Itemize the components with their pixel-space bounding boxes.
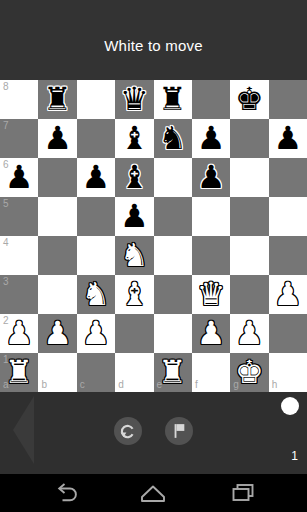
square-c4[interactable] [77, 236, 115, 275]
piece-black-pawn: ♟ [120, 200, 149, 232]
piece-white-pawn: ♟ [5, 317, 34, 349]
square-b7[interactable]: ♟ [38, 119, 76, 158]
square-c2[interactable]: ♟ [77, 314, 115, 353]
square-d8[interactable]: ♛ [115, 80, 153, 119]
square-g2[interactable]: ♟ [230, 314, 268, 353]
piece-white-pawn: ♟ [82, 317, 111, 349]
square-e4[interactable] [154, 236, 192, 275]
square-b4[interactable] [38, 236, 76, 275]
piece-white-bishop: ♝ [120, 278, 149, 310]
square-f7[interactable]: ♟ [192, 119, 230, 158]
resign-flag-button[interactable] [165, 417, 193, 445]
square-f2[interactable]: ♟ [192, 314, 230, 353]
square-h5[interactable] [269, 197, 307, 236]
piece-black-rook: ♜ [158, 83, 187, 115]
square-g8[interactable]: ♚ [230, 80, 268, 119]
file-label-c: c [80, 380, 85, 390]
piece-white-rook: ♜ [158, 356, 187, 388]
app-screen: White to move 8♜♛♜♚7♟♝♞♟♟6♟♟♝♟5♟4♞3♞♝♛♟2… [0, 0, 307, 512]
piece-white-knight: ♞ [82, 278, 111, 310]
undo-icon [117, 420, 139, 442]
piece-black-pawn: ♟ [197, 122, 226, 154]
square-f1[interactable]: f [192, 353, 230, 392]
chevron-left-icon[interactable] [13, 396, 34, 464]
square-e3[interactable] [154, 275, 192, 314]
white-turn-indicator [281, 397, 299, 415]
square-c8[interactable] [77, 80, 115, 119]
square-h6[interactable] [269, 158, 307, 197]
piece-black-pawn: ♟ [82, 161, 111, 193]
square-f6[interactable]: ♟ [192, 158, 230, 197]
nav-back-button[interactable] [48, 481, 82, 505]
square-c5[interactable] [77, 197, 115, 236]
square-h1[interactable]: h [269, 353, 307, 392]
move-counter: 1 [291, 449, 298, 463]
square-c1[interactable]: c [77, 353, 115, 392]
square-d4[interactable]: ♞ [115, 236, 153, 275]
square-h8[interactable] [269, 80, 307, 119]
rank-label-8: 8 [3, 82, 9, 92]
square-b8[interactable]: ♜ [38, 80, 76, 119]
piece-black-rook: ♜ [43, 83, 72, 115]
square-b2[interactable]: ♟ [38, 314, 76, 353]
square-h2[interactable] [269, 314, 307, 353]
square-g3[interactable] [230, 275, 268, 314]
piece-black-knight: ♞ [158, 122, 187, 154]
home-icon [137, 481, 169, 505]
square-a7[interactable]: 7 [0, 119, 38, 158]
flag-icon [168, 420, 190, 442]
piece-black-pawn: ♟ [5, 161, 34, 193]
square-b5[interactable] [38, 197, 76, 236]
square-d2[interactable] [115, 314, 153, 353]
white-to-move-label: White to move [104, 37, 202, 54]
square-e7[interactable]: ♞ [154, 119, 192, 158]
square-f8[interactable] [192, 80, 230, 119]
square-f3[interactable]: ♛ [192, 275, 230, 314]
square-e2[interactable] [154, 314, 192, 353]
rank-label-5: 5 [3, 199, 9, 209]
file-label-h: h [272, 380, 278, 390]
square-h7[interactable]: ♟ [269, 119, 307, 158]
square-e6[interactable] [154, 158, 192, 197]
nav-recents-button[interactable] [226, 481, 260, 505]
piece-white-pawn: ♟ [43, 317, 72, 349]
piece-white-queen: ♛ [197, 278, 226, 310]
square-g6[interactable] [230, 158, 268, 197]
piece-white-pawn: ♟ [197, 317, 226, 349]
piece-black-queen: ♛ [120, 83, 149, 115]
undo-button[interactable] [114, 417, 142, 445]
square-a3[interactable]: 3 [0, 275, 38, 314]
rank-label-4: 4 [3, 238, 9, 248]
square-g1[interactable]: g♚ [230, 353, 268, 392]
square-h4[interactable] [269, 236, 307, 275]
piece-white-king: ♚ [235, 356, 264, 388]
square-h3[interactable]: ♟ [269, 275, 307, 314]
rank-label-3: 3 [3, 277, 9, 287]
square-f4[interactable] [192, 236, 230, 275]
file-label-g: g [233, 380, 239, 390]
square-e5[interactable] [154, 197, 192, 236]
android-nav-bar [0, 474, 307, 512]
piece-black-king: ♚ [235, 83, 264, 115]
back-arrow-icon [50, 481, 80, 505]
square-a2[interactable]: 2♟ [0, 314, 38, 353]
rank-label-1: 1 [3, 355, 9, 365]
rank-label-7: 7 [3, 121, 9, 131]
recent-apps-icon [228, 481, 258, 505]
square-e8[interactable]: ♜ [154, 80, 192, 119]
piece-white-pawn: ♟ [235, 317, 264, 349]
square-d1[interactable]: d [115, 353, 153, 392]
square-a8[interactable]: 8 [0, 80, 38, 119]
piece-white-pawn: ♟ [273, 278, 302, 310]
piece-white-knight: ♞ [120, 239, 149, 271]
file-label-f: f [195, 380, 198, 390]
square-a5[interactable]: 5 [0, 197, 38, 236]
piece-black-pawn: ♟ [197, 161, 226, 193]
square-g5[interactable] [230, 197, 268, 236]
square-b6[interactable] [38, 158, 76, 197]
square-a4[interactable]: 4 [0, 236, 38, 275]
header: White to move [0, 0, 307, 80]
square-g4[interactable] [230, 236, 268, 275]
control-panel: 1 [0, 392, 307, 474]
chess-board: 8♜♛♜♚7♟♝♞♟♟6♟♟♝♟5♟4♞3♞♝♛♟2♟♟♟♟♟1a♜bcde♜f… [0, 80, 307, 392]
square-a6[interactable]: 6♟ [0, 158, 38, 197]
square-d5[interactable]: ♟ [115, 197, 153, 236]
square-f5[interactable] [192, 197, 230, 236]
file-label-b: b [41, 380, 47, 390]
square-d6[interactable]: ♝ [115, 158, 153, 197]
piece-black-pawn: ♟ [273, 122, 302, 154]
square-b1[interactable]: b [38, 353, 76, 392]
square-c6[interactable]: ♟ [77, 158, 115, 197]
square-e1[interactable]: e♜ [154, 353, 192, 392]
square-d3[interactable]: ♝ [115, 275, 153, 314]
square-d7[interactable]: ♝ [115, 119, 153, 158]
square-c7[interactable] [77, 119, 115, 158]
square-c3[interactable]: ♞ [77, 275, 115, 314]
piece-white-rook: ♜ [5, 356, 34, 388]
piece-black-bishop: ♝ [120, 161, 149, 193]
square-g7[interactable] [230, 119, 268, 158]
file-label-d: d [118, 380, 124, 390]
square-b3[interactable] [38, 275, 76, 314]
rank-label-2: 2 [3, 316, 9, 326]
piece-black-bishop: ♝ [120, 122, 149, 154]
file-label-a: a [3, 380, 9, 390]
piece-black-pawn: ♟ [43, 122, 72, 154]
square-a1[interactable]: 1a♜ [0, 353, 38, 392]
nav-home-button[interactable] [136, 481, 170, 505]
rank-label-6: 6 [3, 160, 9, 170]
file-label-e: e [157, 380, 163, 390]
